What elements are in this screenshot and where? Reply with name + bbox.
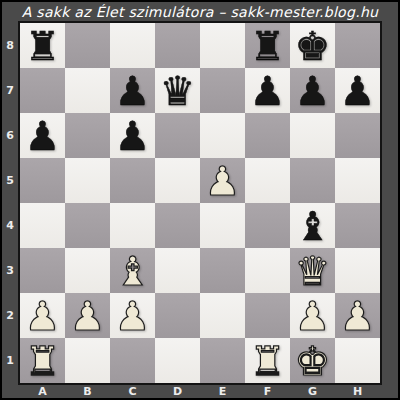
white-rook-f1: ♜ — [245, 338, 290, 383]
square-c3[interactable]: ♝ — [110, 248, 155, 293]
square-a3[interactable] — [20, 248, 65, 293]
square-a6[interactable]: ♟ — [20, 113, 65, 158]
square-e7[interactable] — [200, 68, 245, 113]
rank-label-2: 2 — [2, 293, 18, 338]
white-bishop-c3: ♝ — [110, 248, 155, 293]
black-king-g8: ♚ — [290, 23, 335, 68]
square-c6[interactable]: ♟ — [110, 113, 155, 158]
black-pawn-c7: ♟ — [110, 68, 155, 113]
square-d7[interactable]: ♛ — [155, 68, 200, 113]
file-label-a: A — [20, 385, 65, 398]
square-g2[interactable]: ♟ — [290, 293, 335, 338]
board: ♜♜♚♟♛♟♟♟♟♟♟♝♝♛♟♟♟♟♟♜♜♚ — [18, 21, 382, 385]
black-queen-d7: ♛ — [155, 68, 200, 113]
rank-label-5: 5 — [2, 158, 18, 203]
rank-label-7: 7 — [2, 68, 18, 113]
black-pawn-c6: ♟ — [110, 113, 155, 158]
square-h1[interactable] — [335, 338, 380, 383]
black-bishop-g4: ♝ — [290, 203, 335, 248]
chess-diagram: A sakk az Élet szimulátora – sakk-mester… — [0, 0, 400, 400]
square-h3[interactable] — [335, 248, 380, 293]
square-f7[interactable]: ♟ — [245, 68, 290, 113]
square-g6[interactable] — [290, 113, 335, 158]
file-label-f: F — [245, 385, 290, 398]
square-e8[interactable] — [200, 23, 245, 68]
square-h8[interactable] — [335, 23, 380, 68]
square-d3[interactable] — [155, 248, 200, 293]
square-b3[interactable] — [65, 248, 110, 293]
white-pawn-b2: ♟ — [65, 293, 110, 338]
black-pawn-g7: ♟ — [290, 68, 335, 113]
white-pawn-c2: ♟ — [110, 293, 155, 338]
square-a8[interactable]: ♜ — [20, 23, 65, 68]
square-f5[interactable] — [245, 158, 290, 203]
black-pawn-h7: ♟ — [335, 68, 380, 113]
square-d6[interactable] — [155, 113, 200, 158]
square-h2[interactable]: ♟ — [335, 293, 380, 338]
square-d4[interactable] — [155, 203, 200, 248]
square-f6[interactable] — [245, 113, 290, 158]
square-c2[interactable]: ♟ — [110, 293, 155, 338]
square-c8[interactable] — [110, 23, 155, 68]
file-label-e: E — [200, 385, 245, 398]
file-label-g: G — [290, 385, 335, 398]
square-b1[interactable] — [65, 338, 110, 383]
square-f4[interactable] — [245, 203, 290, 248]
square-e6[interactable] — [200, 113, 245, 158]
square-e5[interactable]: ♟ — [200, 158, 245, 203]
square-g7[interactable]: ♟ — [290, 68, 335, 113]
white-pawn-g2: ♟ — [290, 293, 335, 338]
square-b7[interactable] — [65, 68, 110, 113]
file-label-b: B — [65, 385, 110, 398]
square-e4[interactable] — [200, 203, 245, 248]
white-queen-g3: ♛ — [290, 248, 335, 293]
square-e3[interactable] — [200, 248, 245, 293]
file-label-d: D — [155, 385, 200, 398]
square-h7[interactable]: ♟ — [335, 68, 380, 113]
square-d1[interactable] — [155, 338, 200, 383]
rank-label-4: 4 — [2, 203, 18, 248]
square-g8[interactable]: ♚ — [290, 23, 335, 68]
square-g1[interactable]: ♚ — [290, 338, 335, 383]
file-label-c: C — [110, 385, 155, 398]
black-rook-a8: ♜ — [20, 23, 65, 68]
black-pawn-a6: ♟ — [20, 113, 65, 158]
square-a1[interactable]: ♜ — [20, 338, 65, 383]
board-area: 87654321 ♜♜♚♟♛♟♟♟♟♟♟♝♝♛♟♟♟♟♟♜♜♚ — [2, 21, 398, 385]
square-c1[interactable] — [110, 338, 155, 383]
white-rook-a1: ♜ — [20, 338, 65, 383]
file-label-h: H — [335, 385, 380, 398]
square-a2[interactable]: ♟ — [20, 293, 65, 338]
square-e2[interactable] — [200, 293, 245, 338]
square-c5[interactable] — [110, 158, 155, 203]
square-a7[interactable] — [20, 68, 65, 113]
rank-label-8: 8 — [2, 23, 18, 68]
black-rook-f8: ♜ — [245, 23, 290, 68]
rank-labels: 87654321 — [2, 23, 18, 383]
square-h6[interactable] — [335, 113, 380, 158]
square-a4[interactable] — [20, 203, 65, 248]
white-pawn-h2: ♟ — [335, 293, 380, 338]
white-pawn-a2: ♟ — [20, 293, 65, 338]
square-b8[interactable] — [65, 23, 110, 68]
square-f8[interactable]: ♜ — [245, 23, 290, 68]
square-f1[interactable]: ♜ — [245, 338, 290, 383]
square-g4[interactable]: ♝ — [290, 203, 335, 248]
square-c4[interactable] — [110, 203, 155, 248]
square-f2[interactable] — [245, 293, 290, 338]
square-g3[interactable]: ♛ — [290, 248, 335, 293]
square-g5[interactable] — [290, 158, 335, 203]
square-b2[interactable]: ♟ — [65, 293, 110, 338]
white-king-g1: ♚ — [290, 338, 335, 383]
square-d5[interactable] — [155, 158, 200, 203]
square-f3[interactable] — [245, 248, 290, 293]
white-pawn-e5: ♟ — [200, 158, 245, 203]
square-c7[interactable]: ♟ — [110, 68, 155, 113]
square-b4[interactable] — [65, 203, 110, 248]
square-b5[interactable] — [65, 158, 110, 203]
square-h5[interactable] — [335, 158, 380, 203]
black-pawn-f7: ♟ — [245, 68, 290, 113]
file-labels: ABCDEFGH — [2, 385, 398, 398]
square-h4[interactable] — [335, 203, 380, 248]
square-b6[interactable] — [65, 113, 110, 158]
square-d2[interactable] — [155, 293, 200, 338]
square-a5[interactable] — [20, 158, 65, 203]
rank-label-6: 6 — [2, 113, 18, 158]
square-e1[interactable] — [200, 338, 245, 383]
square-d8[interactable] — [155, 23, 200, 68]
page-title: A sakk az Élet szimulátora – sakk-mester… — [2, 2, 398, 21]
rank-label-1: 1 — [2, 338, 18, 383]
rank-label-3: 3 — [2, 248, 18, 293]
